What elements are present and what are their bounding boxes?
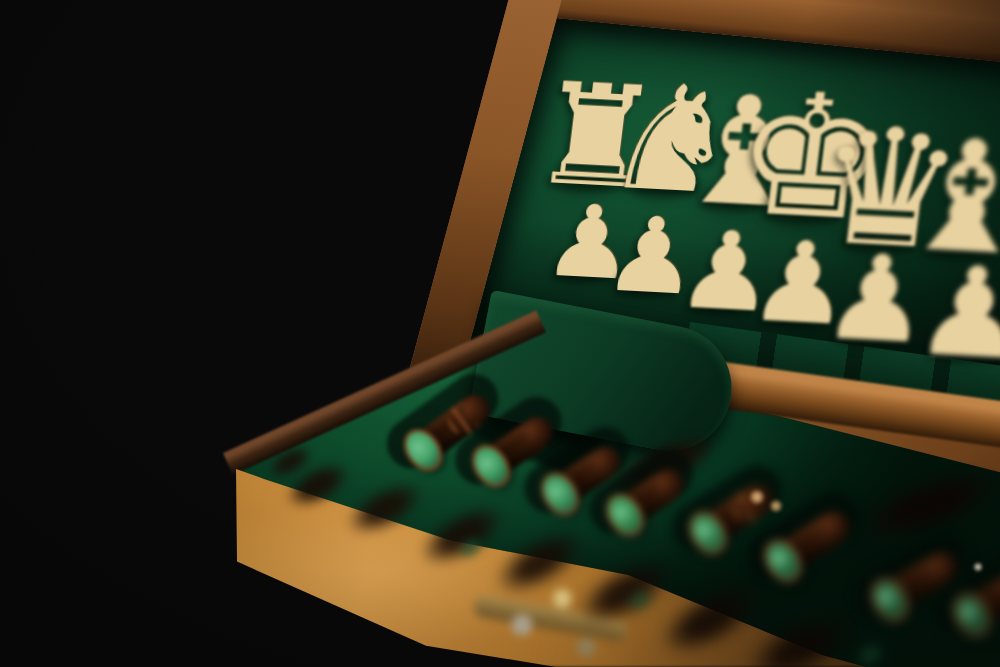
white-pieces-layer: ♜♞♝♚♛♝♟♟♟♟♟♟ (0, 0, 1000, 667)
white-pawn-6: ♟ (902, 248, 1000, 384)
photo-open-chess-box: ♜♞♝♚♛♝♟♟♟♟♟♟ (0, 0, 1000, 667)
